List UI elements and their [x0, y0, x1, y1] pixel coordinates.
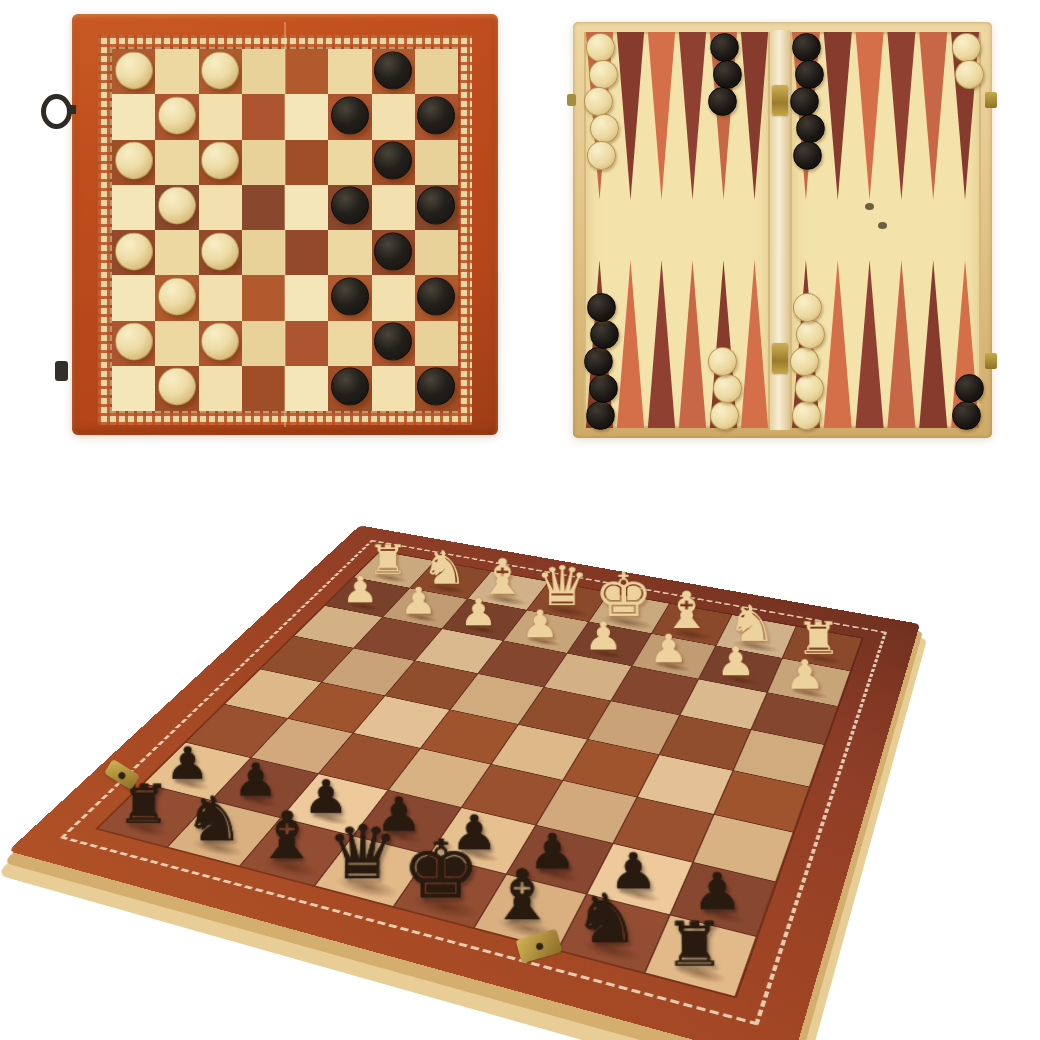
checkers-square — [155, 140, 198, 185]
backgammon-checker-dark — [790, 87, 819, 116]
backgammon-checker-light — [952, 33, 981, 62]
backgammon-left-pin-icon — [567, 94, 576, 106]
checkers-square — [285, 275, 328, 320]
chess-board-top-face: ♜♞♝♛♚♝♞♜♟♟♟♟♟♟♟♟♟♟♟♟♟♟♟♟♜♞♝♛♚♝♞♜ — [8, 525, 920, 1040]
checkers-piece-dark — [374, 232, 412, 270]
backgammon-checker-dark — [587, 293, 616, 322]
backgammon-point-maroon — [646, 260, 677, 428]
backgammon-checker-dark — [796, 114, 825, 143]
checkers-hinge-ring-icon — [41, 94, 72, 129]
backgammon-checker-light — [955, 60, 984, 89]
checkers-piece-light — [201, 323, 239, 361]
backgammon-checker-light — [790, 347, 819, 376]
backgammon-checker-light — [590, 114, 619, 143]
checkers-square — [372, 366, 415, 411]
checkers-square — [199, 140, 242, 185]
checkers-square — [199, 49, 242, 94]
checkers-square — [242, 230, 285, 275]
chess-piece-glyph: ♟ — [164, 741, 209, 786]
checkers-square — [155, 94, 198, 139]
chess-piece-glyph: ♞ — [182, 788, 244, 850]
backgammon-hinge-top-icon — [772, 85, 788, 115]
checkers-square — [242, 275, 285, 320]
checkers-square — [155, 321, 198, 366]
backgammon-point-maroon — [615, 32, 646, 200]
checkers-square — [285, 230, 328, 275]
backgammon-checker-dark — [952, 401, 981, 430]
product-photo-wooden-game-set: ♜♞♝♛♚♝♞♜♟♟♟♟♟♟♟♟♟♟♟♟♟♟♟♟♜♞♝♛♚♝♞♜ — [0, 0, 1040, 1040]
checkers-square — [328, 49, 371, 94]
checkers-square — [112, 185, 155, 230]
checkers-piece-light — [201, 142, 239, 180]
checkers-square — [328, 321, 371, 366]
chess-piece-glyph: ♜ — [663, 914, 724, 976]
checkers-piece-light — [115, 323, 153, 361]
backgammon-point-maroon — [822, 32, 854, 200]
checkers-square — [199, 230, 242, 275]
checkers-piece-dark — [374, 142, 412, 180]
checkers-square — [285, 366, 328, 411]
backgammon-point-salmon — [739, 260, 770, 428]
backgammon-checker-light — [587, 141, 616, 170]
backgammon-wood-knot — [865, 203, 874, 210]
checkers-square — [328, 366, 371, 411]
backgammon-checker-dark — [710, 33, 739, 62]
backgammon-point-salmon — [854, 32, 886, 200]
backgammon-checker-dark — [955, 374, 984, 403]
backgammon-checker-dark — [792, 33, 821, 62]
checkers-piece-dark — [417, 277, 455, 315]
backgammon-checker-light — [796, 320, 825, 349]
backgammon-checker-light — [795, 374, 824, 403]
checkers-piece-light — [115, 51, 153, 89]
checkers-square — [415, 140, 458, 185]
checkers-square — [242, 321, 285, 366]
checkers-piece-dark — [331, 96, 369, 134]
backgammon-left-half — [584, 32, 770, 428]
backgammon-board-panel — [573, 22, 992, 438]
checkers-piece-dark — [417, 96, 455, 134]
backgammon-point-maroon — [854, 260, 886, 428]
chess-folding-case: ♜♞♝♛♚♝♞♜♟♟♟♟♟♟♟♟♟♟♟♟♟♟♟♟♜♞♝♛♚♝♞♜ — [8, 525, 920, 1040]
backgammon-checker-dark — [590, 320, 619, 349]
checkers-square — [199, 94, 242, 139]
checkers-square — [242, 49, 285, 94]
backgammon-wood-knot — [878, 222, 887, 229]
checkers-square — [285, 140, 328, 185]
backgammon-checker-light — [584, 87, 613, 116]
checkers-square — [112, 94, 155, 139]
backgammon-point-salmon — [677, 260, 708, 428]
backgammon-checker-dark — [793, 141, 822, 170]
checkers-square — [112, 49, 155, 94]
checkers-piece-dark — [331, 277, 369, 315]
checkers-fold-seam — [284, 22, 286, 427]
checkers-piece-light — [115, 232, 153, 270]
chess-piece-glyph: ♝ — [254, 804, 319, 869]
backgammon-checker-light — [589, 60, 618, 89]
checkers-square — [112, 230, 155, 275]
checkers-piece-dark — [374, 51, 412, 89]
checkers-square — [415, 185, 458, 230]
checkers-square — [285, 49, 328, 94]
checkers-square — [415, 49, 458, 94]
checkers-piece-light — [158, 187, 196, 225]
checkers-square — [285, 321, 328, 366]
backgammon-point-salmon — [615, 260, 646, 428]
checkers-piece-dark — [331, 368, 369, 406]
checkers-square — [155, 230, 198, 275]
checkers-square — [199, 321, 242, 366]
chess-piece-glyph: ♞ — [572, 885, 639, 953]
backgammon-checker-light — [710, 401, 739, 430]
checkers-square — [372, 140, 415, 185]
checkers-hinge-tab-icon — [55, 361, 68, 381]
checkers-square — [415, 321, 458, 366]
checkers-square — [372, 230, 415, 275]
chess-piece-glyph: ♛ — [325, 815, 399, 889]
checkers-square — [415, 366, 458, 411]
checkers-piece-light — [115, 142, 153, 180]
checkers-piece-dark — [417, 187, 455, 225]
checkers-piece-light — [201, 232, 239, 270]
checkers-square — [285, 94, 328, 139]
backgammon-checker-dark — [589, 374, 618, 403]
checkers-square — [112, 321, 155, 366]
checkers-piece-light — [158, 368, 196, 406]
backgammon-point-salmon — [917, 32, 949, 200]
checkers-square — [155, 366, 198, 411]
clasp-hole-icon — [117, 770, 127, 780]
checkers-square — [242, 140, 285, 185]
backgammon-hinge-bottom-icon — [772, 343, 788, 373]
checkers-square — [155, 185, 198, 230]
checkers-square — [372, 94, 415, 139]
checkers-square — [328, 185, 371, 230]
checkers-square — [285, 185, 328, 230]
checkers-square — [155, 275, 198, 320]
backgammon-checker-light — [713, 374, 742, 403]
backgammon-checker-light — [793, 293, 822, 322]
backgammon-point-maroon — [739, 32, 770, 200]
checkers-square — [112, 140, 155, 185]
checkers-square — [112, 366, 155, 411]
checkers-piece-dark — [331, 187, 369, 225]
checkers-square — [328, 230, 371, 275]
backgammon-point-maroon — [917, 260, 949, 428]
chess-piece-glyph: ♚ — [400, 830, 480, 911]
checkers-square — [328, 275, 371, 320]
backgammon-checker-dark — [708, 87, 737, 116]
backgammon-clasp-bottom-icon — [985, 353, 997, 369]
checkers-square — [415, 275, 458, 320]
backgammon-checker-light — [708, 347, 737, 376]
checkers-piece-light — [158, 277, 196, 315]
backgammon-checker-dark — [584, 347, 613, 376]
checkers-piece-dark — [417, 368, 455, 406]
checkers-square — [242, 366, 285, 411]
backgammon-right-half — [790, 32, 981, 428]
checkers-square — [112, 275, 155, 320]
backgammon-checker-dark — [586, 401, 615, 430]
checkers-square — [372, 321, 415, 366]
backgammon-point-salmon — [646, 32, 677, 200]
backgammon-checker-dark — [795, 60, 824, 89]
checkers-square — [199, 185, 242, 230]
checkers-square — [199, 275, 242, 320]
checkers-square — [372, 185, 415, 230]
backgammon-checker-dark — [713, 60, 742, 89]
checkers-piece-light — [201, 51, 239, 89]
backgammon-point-maroon — [885, 32, 917, 200]
backgammon-clasp-top-icon — [985, 92, 997, 108]
checkers-board-panel — [72, 14, 498, 435]
clasp-hole-icon — [535, 942, 544, 951]
checkers-square — [199, 366, 242, 411]
backgammon-point-maroon — [677, 32, 708, 200]
checkers-square — [415, 94, 458, 139]
checkers-square — [242, 185, 285, 230]
checkers-square — [242, 94, 285, 139]
checkers-piece-light — [158, 96, 196, 134]
backgammon-point-salmon — [885, 260, 917, 428]
chess-piece-glyph: ♝ — [487, 862, 555, 931]
backgammon-checker-light — [586, 33, 615, 62]
checkers-square — [372, 49, 415, 94]
checkers-square — [415, 230, 458, 275]
checkers-square — [155, 49, 198, 94]
checkers-piece-dark — [374, 323, 412, 361]
backgammon-checker-light — [792, 401, 821, 430]
checkers-square — [372, 275, 415, 320]
checkers-square — [328, 140, 371, 185]
checkers-square — [328, 94, 371, 139]
backgammon-point-salmon — [822, 260, 854, 428]
